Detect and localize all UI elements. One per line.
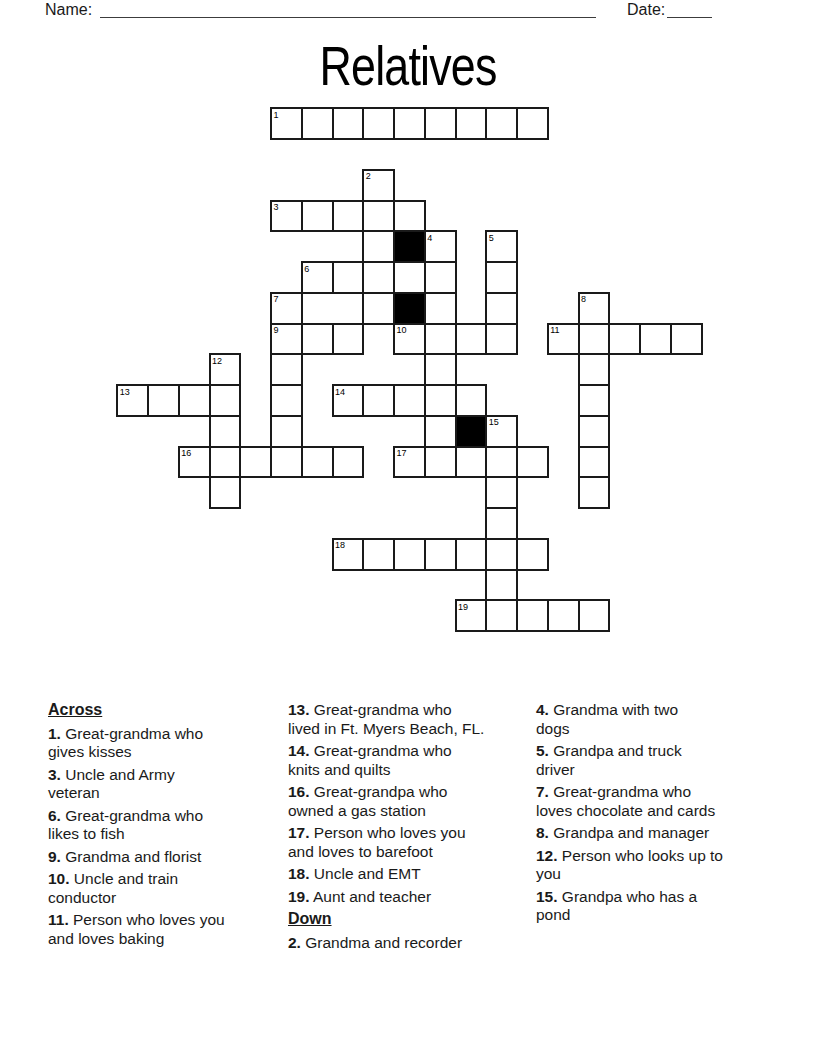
answer-cell-9-11[interactable] xyxy=(456,385,487,416)
clue-5-text: Grandpa and truck driver xyxy=(536,742,682,778)
clue-16: 16. Great-grandpa who owned a gas statio… xyxy=(288,783,536,820)
answer-cell-7-7[interactable] xyxy=(333,324,364,355)
clue-8-number: 8. xyxy=(536,824,549,841)
answer-cell-0-9[interactable] xyxy=(394,108,425,139)
answer-cell-16-14[interactable] xyxy=(548,600,579,631)
clue-9-text: Grandma and florist xyxy=(61,848,201,865)
answer-cell-14-8[interactable] xyxy=(363,539,394,570)
clue-11-text: Person who loves you and loves baking xyxy=(48,911,225,947)
clue-16-number: 16. xyxy=(288,783,310,800)
answer-cell-0-12[interactable] xyxy=(486,108,517,139)
clue-6-text: Great-grandma who likes to fish xyxy=(48,807,203,843)
answer-cell-10-15[interactable] xyxy=(579,416,610,447)
answer-cell-11-11[interactable] xyxy=(456,447,487,478)
answer-cell-10-5[interactable] xyxy=(271,416,302,447)
answer-cell-5-6[interactable] xyxy=(302,262,333,293)
answer-cell-14-10[interactable] xyxy=(425,539,456,570)
answer-cell-12-12[interactable] xyxy=(486,477,517,508)
crossword-board: 13691011131416171819245781215 xyxy=(0,0,816,700)
answer-cell-0-7[interactable] xyxy=(333,108,364,139)
blocked-cell-6-9 xyxy=(394,293,425,324)
clue-13: 13. Great-grandma who lived in Ft. Myers… xyxy=(288,701,536,738)
answer-cell-7-17[interactable] xyxy=(640,324,671,355)
clue-18: 18. Uncle and EMT xyxy=(288,865,536,884)
answer-cell-14-9[interactable] xyxy=(394,539,425,570)
answer-cell-8-10[interactable] xyxy=(425,354,456,385)
answer-cell-10-10[interactable] xyxy=(425,416,456,447)
clue-1-number: 1. xyxy=(48,725,61,742)
answer-cell-13-12[interactable] xyxy=(486,508,517,539)
clue-19-number: 19. xyxy=(288,888,310,905)
clue-11: 11. Person who loves you and loves bakin… xyxy=(48,911,270,948)
clue-2-number: 2. xyxy=(288,934,301,951)
answer-cell-14-7[interactable] xyxy=(333,539,364,570)
clue-6-number: 6. xyxy=(48,807,61,824)
answer-cell-16-11[interactable] xyxy=(456,600,487,631)
clue-15-text: Grandpa who has a pond xyxy=(536,888,697,924)
answer-cell-9-7[interactable] xyxy=(333,385,364,416)
answer-cell-2-8[interactable] xyxy=(363,170,394,201)
answer-cell-7-15[interactable] xyxy=(579,324,610,355)
worksheet-page: Name: Date: Relatives 136910111314161718… xyxy=(0,0,816,1056)
answer-cell-0-6[interactable] xyxy=(302,108,333,139)
answer-cell-7-12[interactable] xyxy=(486,324,517,355)
clue-19-text: Aunt and teacher xyxy=(310,888,432,905)
answer-cell-11-10[interactable] xyxy=(425,447,456,478)
answer-cell-9-9[interactable] xyxy=(394,385,425,416)
answer-cell-7-10[interactable] xyxy=(425,324,456,355)
clue-2-text: Grandma and recorder xyxy=(301,934,462,951)
answer-cell-16-15[interactable] xyxy=(579,600,610,631)
answer-cell-9-1[interactable] xyxy=(148,385,179,416)
clue-3-number: 3. xyxy=(48,766,61,783)
answer-cell-5-7[interactable] xyxy=(333,262,364,293)
clue-7-text: Great-grandma who loves chocolate and ca… xyxy=(536,783,715,819)
answer-cell-10-12[interactable] xyxy=(486,416,517,447)
answer-cell-0-10[interactable] xyxy=(425,108,456,139)
clue-18-text: Uncle and EMT xyxy=(310,865,421,882)
clue-17-text: Person who loves you and loves to barefo… xyxy=(288,824,466,860)
answer-cell-9-8[interactable] xyxy=(363,385,394,416)
answer-cell-3-9[interactable] xyxy=(394,201,425,232)
answer-cell-11-5[interactable] xyxy=(271,447,302,478)
clue-column-3: 4. Grandma with two dogs5. Grandpa and t… xyxy=(536,701,786,929)
answer-cell-11-15[interactable] xyxy=(579,447,610,478)
clue-17-number: 17. xyxy=(288,824,310,841)
answer-cell-4-8[interactable] xyxy=(363,231,394,262)
clue-19: 19. Aunt and teacher xyxy=(288,888,536,907)
clue-7: 7. Great-grandma who loves chocolate and… xyxy=(536,783,786,820)
clue-14: 14. Great-grandma who knits and quilts xyxy=(288,742,536,779)
clue-column-1: Across1. Great-grandma who gives kisses3… xyxy=(48,701,270,952)
answer-cell-11-6[interactable] xyxy=(302,447,333,478)
clue-8: 8. Grandpa and manager xyxy=(536,824,786,843)
clue-5: 5. Grandpa and truck driver xyxy=(536,742,786,779)
answer-cell-7-6[interactable] xyxy=(302,324,333,355)
answer-cell-14-11[interactable] xyxy=(456,539,487,570)
answer-cell-9-15[interactable] xyxy=(579,385,610,416)
answer-cell-11-3[interactable] xyxy=(210,447,241,478)
answer-cell-5-8[interactable] xyxy=(363,262,394,293)
clue-17: 17. Person who loves you and loves to ba… xyxy=(288,824,536,861)
answer-cell-9-3[interactable] xyxy=(210,385,241,416)
answer-cell-11-4[interactable] xyxy=(240,447,271,478)
answer-cell-7-16[interactable] xyxy=(609,324,640,355)
answer-cell-4-12[interactable] xyxy=(486,231,517,262)
clue-3: 3. Uncle and Army veteran xyxy=(48,766,270,803)
answer-cell-5-12[interactable] xyxy=(486,262,517,293)
clue-12-number: 12. xyxy=(536,847,558,864)
clue-column-2: 13. Great-grandma who lived in Ft. Myers… xyxy=(288,701,536,956)
clue-3-text: Uncle and Army veteran xyxy=(48,766,175,802)
answer-cell-6-10[interactable] xyxy=(425,293,456,324)
answer-cell-9-10[interactable] xyxy=(425,385,456,416)
answer-cell-11-7[interactable] xyxy=(333,447,364,478)
clue-16-text: Great-grandpa who owned a gas station xyxy=(288,783,447,819)
answer-cell-4-10[interactable] xyxy=(425,231,456,262)
clue-1: 1. Great-grandma who gives kisses xyxy=(48,725,270,762)
answer-cell-5-9[interactable] xyxy=(394,262,425,293)
down-heading: Down xyxy=(288,910,536,929)
answer-cell-3-8[interactable] xyxy=(363,201,394,232)
answer-cell-8-5[interactable] xyxy=(271,354,302,385)
answer-cell-15-12[interactable] xyxy=(486,570,517,601)
answer-cell-6-15[interactable] xyxy=(579,293,610,324)
clue-12-text: Person who looks up to you xyxy=(536,847,723,883)
blocked-cell-4-9 xyxy=(394,231,425,262)
answer-cell-16-13[interactable] xyxy=(517,600,548,631)
clue-9: 9. Grandma and florist xyxy=(48,848,270,867)
answer-cell-16-12[interactable] xyxy=(486,600,517,631)
answer-cell-9-5[interactable] xyxy=(271,385,302,416)
answer-cell-11-12[interactable] xyxy=(486,447,517,478)
answer-cell-6-12[interactable] xyxy=(486,293,517,324)
answer-cell-0-5[interactable] xyxy=(271,108,302,139)
answer-cell-8-15[interactable] xyxy=(579,354,610,385)
clue-14-number: 14. xyxy=(288,742,310,759)
clue-10: 10. Uncle and train conductor xyxy=(48,870,270,907)
clue-15-number: 15. xyxy=(536,888,558,905)
clue-6: 6. Great-grandma who likes to fish xyxy=(48,807,270,844)
clue-1-text: Great-grandma who gives kisses xyxy=(48,725,203,761)
clue-9-number: 9. xyxy=(48,848,61,865)
clue-15: 15. Grandpa who has a pond xyxy=(536,888,786,925)
answer-cell-8-3[interactable] xyxy=(210,354,241,385)
answer-cell-0-11[interactable] xyxy=(456,108,487,139)
answer-cell-7-18[interactable] xyxy=(671,324,702,355)
answer-cell-7-9[interactable] xyxy=(394,324,425,355)
answer-cell-9-2[interactable] xyxy=(179,385,210,416)
clue-7-number: 7. xyxy=(536,783,549,800)
clue-8-text: Grandpa and manager xyxy=(549,824,709,841)
clue-4-text: Grandma with two dogs xyxy=(536,701,678,737)
answer-cell-12-15[interactable] xyxy=(579,477,610,508)
answer-cell-3-6[interactable] xyxy=(302,201,333,232)
answer-cell-7-14[interactable] xyxy=(548,324,579,355)
answer-cell-11-2[interactable] xyxy=(179,447,210,478)
answer-cell-6-8[interactable] xyxy=(363,293,394,324)
answer-cell-3-7[interactable] xyxy=(333,201,364,232)
answer-cell-0-13[interactable] xyxy=(517,108,548,139)
answer-cell-12-3[interactable] xyxy=(210,477,241,508)
answer-cell-14-13[interactable] xyxy=(517,539,548,570)
answer-cell-9-0[interactable] xyxy=(117,385,148,416)
answer-cell-7-5[interactable] xyxy=(271,324,302,355)
clue-4: 4. Grandma with two dogs xyxy=(536,701,786,738)
clue-14-text: Great-grandma who knits and quilts xyxy=(288,742,452,778)
clue-11-number: 11. xyxy=(48,911,69,928)
answer-cell-11-9[interactable] xyxy=(394,447,425,478)
clue-5-number: 5. xyxy=(536,742,549,759)
answer-cell-5-10[interactable] xyxy=(425,262,456,293)
answer-cell-3-5[interactable] xyxy=(271,201,302,232)
clue-12: 12. Person who looks up to you xyxy=(536,847,786,884)
clue-2: 2. Grandma and recorder xyxy=(288,934,536,953)
clue-13-text: Great-grandma who lived in Ft. Myers Bea… xyxy=(288,701,484,737)
blocked-cell-10-11 xyxy=(456,416,487,447)
answer-cell-14-12[interactable] xyxy=(486,539,517,570)
answer-cell-7-11[interactable] xyxy=(456,324,487,355)
clue-18-number: 18. xyxy=(288,865,310,882)
clue-4-number: 4. xyxy=(536,701,549,718)
answer-cell-0-8[interactable] xyxy=(363,108,394,139)
clue-10-number: 10. xyxy=(48,870,70,887)
across-heading: Across xyxy=(48,701,270,720)
answer-cell-11-13[interactable] xyxy=(517,447,548,478)
clue-13-number: 13. xyxy=(288,701,310,718)
answer-cell-6-5[interactable] xyxy=(271,293,302,324)
